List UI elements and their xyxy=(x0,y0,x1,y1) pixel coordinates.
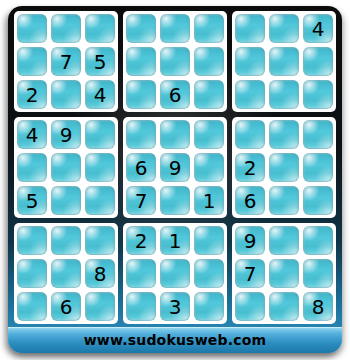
cell-r5c8[interactable] xyxy=(269,153,299,182)
cell-r3c9[interactable] xyxy=(303,80,333,109)
cell-r1c9[interactable]: 4 xyxy=(303,14,333,43)
site-url: www.sudokusweb.com xyxy=(84,332,267,348)
cell-r1c3[interactable] xyxy=(85,14,115,43)
cell-r9c5[interactable]: 3 xyxy=(160,292,190,321)
sudoku-box-3-1: 86 xyxy=(14,223,118,324)
cell-r2c1[interactable] xyxy=(17,47,47,76)
cell-r9c3[interactable] xyxy=(85,292,115,321)
cell-r8c4[interactable] xyxy=(126,259,156,288)
cell-r3c1[interactable]: 2 xyxy=(17,80,47,109)
cell-r7c6[interactable] xyxy=(194,226,224,255)
cell-r9c9[interactable]: 8 xyxy=(303,292,333,321)
cell-r2c5[interactable] xyxy=(160,47,190,76)
cell-r8c9[interactable] xyxy=(303,259,333,288)
cell-r7c4[interactable]: 2 xyxy=(126,226,156,255)
cell-r4c1[interactable]: 4 xyxy=(17,120,47,149)
cell-r3c3[interactable]: 4 xyxy=(85,80,115,109)
sudoku-box-1-1: 7524 xyxy=(14,11,118,112)
cell-r6c9[interactable] xyxy=(303,186,333,215)
cell-r3c6[interactable] xyxy=(194,80,224,109)
cell-r8c1[interactable] xyxy=(17,259,47,288)
cell-r9c6[interactable] xyxy=(194,292,224,321)
cell-r6c4[interactable]: 7 xyxy=(126,186,156,215)
cell-r3c8[interactable] xyxy=(269,80,299,109)
cell-r6c1[interactable]: 5 xyxy=(17,186,47,215)
cell-r1c2[interactable] xyxy=(51,14,81,43)
cell-r7c9[interactable] xyxy=(303,226,333,255)
cell-r1c1[interactable] xyxy=(17,14,47,43)
cell-r2c6[interactable] xyxy=(194,47,224,76)
cell-r3c4[interactable] xyxy=(126,80,156,109)
cell-r6c8[interactable] xyxy=(269,186,299,215)
cell-r6c6[interactable]: 1 xyxy=(194,186,224,215)
cell-r4c6[interactable] xyxy=(194,120,224,149)
cell-r9c4[interactable] xyxy=(126,292,156,321)
cell-r8c2[interactable] xyxy=(51,259,81,288)
cell-r2c9[interactable] xyxy=(303,47,333,76)
cell-r5c4[interactable]: 6 xyxy=(126,153,156,182)
cell-r5c5[interactable]: 9 xyxy=(160,153,190,182)
cell-r5c3[interactable] xyxy=(85,153,115,182)
cell-r1c7[interactable] xyxy=(235,14,265,43)
cell-r8c6[interactable] xyxy=(194,259,224,288)
footer-bar: www.sudokusweb.com xyxy=(8,327,342,353)
cell-r9c7[interactable] xyxy=(235,292,265,321)
sudoku-box-1-2: 6 xyxy=(123,11,227,112)
cell-r5c6[interactable] xyxy=(194,153,224,182)
sudoku-box-1-3: 4 xyxy=(232,11,336,112)
cell-r1c4[interactable] xyxy=(126,14,156,43)
cell-r6c3[interactable] xyxy=(85,186,115,215)
cell-r4c7[interactable] xyxy=(235,120,265,149)
cell-r8c7[interactable]: 7 xyxy=(235,259,265,288)
cell-r1c5[interactable] xyxy=(160,14,190,43)
cell-r9c8[interactable] xyxy=(269,292,299,321)
sudoku-board: 75246449569712686213978 xyxy=(14,11,336,324)
cell-r2c4[interactable] xyxy=(126,47,156,76)
cell-r4c5[interactable] xyxy=(160,120,190,149)
cell-r6c7[interactable]: 6 xyxy=(235,186,265,215)
cell-r5c7[interactable]: 2 xyxy=(235,153,265,182)
cell-r7c8[interactable] xyxy=(269,226,299,255)
cell-r8c5[interactable] xyxy=(160,259,190,288)
cell-r5c2[interactable] xyxy=(51,153,81,182)
cell-r8c3[interactable]: 8 xyxy=(85,259,115,288)
cell-r6c5[interactable] xyxy=(160,186,190,215)
cell-r4c2[interactable]: 9 xyxy=(51,120,81,149)
cell-r2c8[interactable] xyxy=(269,47,299,76)
cell-r9c2[interactable]: 6 xyxy=(51,292,81,321)
cell-r2c3[interactable]: 5 xyxy=(85,47,115,76)
cell-r1c8[interactable] xyxy=(269,14,299,43)
sudoku-box-3-3: 978 xyxy=(232,223,336,324)
cell-r1c6[interactable] xyxy=(194,14,224,43)
cell-r7c2[interactable] xyxy=(51,226,81,255)
cell-r6c2[interactable] xyxy=(51,186,81,215)
sudoku-box-2-2: 6971 xyxy=(123,117,227,218)
cell-r3c7[interactable] xyxy=(235,80,265,109)
cell-r2c7[interactable] xyxy=(235,47,265,76)
sudoku-screenshot: 75246449569712686213978 www.sudokusweb.c… xyxy=(0,0,350,360)
cell-r4c8[interactable] xyxy=(269,120,299,149)
cell-r7c5[interactable]: 1 xyxy=(160,226,190,255)
cell-r7c3[interactable] xyxy=(85,226,115,255)
cell-r9c1[interactable] xyxy=(17,292,47,321)
cell-r7c1[interactable] xyxy=(17,226,47,255)
sudoku-box-2-3: 26 xyxy=(232,117,336,218)
cell-r3c2[interactable] xyxy=(51,80,81,109)
cell-r4c3[interactable] xyxy=(85,120,115,149)
cell-r2c2[interactable]: 7 xyxy=(51,47,81,76)
sudoku-box-3-2: 213 xyxy=(123,223,227,324)
cell-r7c7[interactable]: 9 xyxy=(235,226,265,255)
sudoku-box-2-1: 495 xyxy=(14,117,118,218)
cell-r8c8[interactable] xyxy=(269,259,299,288)
cell-r3c5[interactable]: 6 xyxy=(160,80,190,109)
cell-r5c1[interactable] xyxy=(17,153,47,182)
board-frame: 75246449569712686213978 www.sudokusweb.c… xyxy=(8,6,342,353)
cell-r5c9[interactable] xyxy=(303,153,333,182)
cell-r4c4[interactable] xyxy=(126,120,156,149)
cell-r4c9[interactable] xyxy=(303,120,333,149)
